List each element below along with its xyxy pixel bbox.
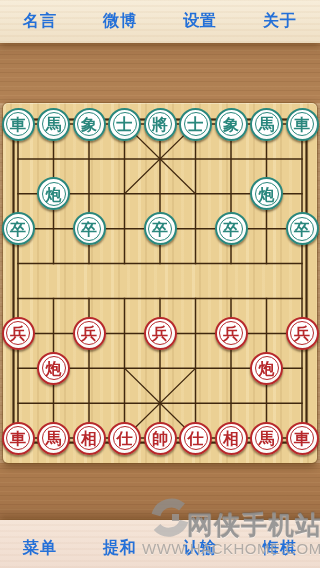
piece-black-r0c3[interactable]: 士 (108, 108, 141, 141)
piece-red-r9c0[interactable]: 車 (2, 422, 35, 455)
piece-character: 相 (223, 431, 239, 447)
piece-black-r0c5[interactable]: 士 (179, 108, 212, 141)
piece-black-r3c4[interactable]: 卒 (144, 212, 177, 245)
piece-red-r6c0[interactable]: 兵 (2, 317, 35, 350)
piece-character: 炮 (259, 186, 275, 202)
menu-item-about[interactable]: 关于 (240, 0, 320, 43)
piece-black-r0c6[interactable]: 象 (215, 108, 248, 141)
piece-character: 卒 (81, 221, 97, 237)
menu-item-resign[interactable]: 认输 (160, 520, 240, 568)
menu-item-offer-draw[interactable]: 提和 (80, 520, 160, 568)
top-menu-bar: 名言 微博 设置 关于 (0, 0, 320, 43)
piece-black-r0c0[interactable]: 車 (2, 108, 35, 141)
board-grid (3, 103, 317, 463)
piece-red-r6c8[interactable]: 兵 (286, 317, 319, 350)
piece-character: 象 (81, 117, 97, 133)
piece-black-r0c7[interactable]: 馬 (250, 108, 283, 141)
piece-black-r3c6[interactable]: 卒 (215, 212, 248, 245)
piece-character: 兵 (81, 326, 97, 342)
piece-red-r9c8[interactable]: 車 (286, 422, 319, 455)
xiangqi-board[interactable]: 車馬象士將士象馬車炮炮卒卒卒卒卒兵兵兵兵兵炮炮車馬相仕帥仕相馬車 (3, 103, 317, 463)
piece-character: 炮 (46, 186, 62, 202)
piece-character: 兵 (223, 326, 239, 342)
menu-item-settings[interactable]: 设置 (160, 0, 240, 43)
wood-background-upper (0, 43, 320, 103)
piece-character: 卒 (10, 221, 26, 237)
xiangqi-app: { "game": "xiangqi", "position": { "fen"… (0, 0, 320, 568)
piece-black-r0c2[interactable]: 象 (73, 108, 106, 141)
wood-background-lower (0, 463, 320, 520)
piece-red-r6c2[interactable]: 兵 (73, 317, 106, 350)
menu-item-weibo[interactable]: 微博 (80, 0, 160, 43)
piece-character: 炮 (46, 361, 62, 377)
piece-character: 卒 (152, 221, 168, 237)
bottom-menu-bar: 菜单 提和 认输 悔棋 (0, 520, 320, 568)
piece-character: 車 (294, 117, 310, 133)
piece-red-r9c3[interactable]: 仕 (108, 422, 141, 455)
piece-character: 相 (81, 431, 97, 447)
piece-character: 炮 (259, 361, 275, 377)
piece-character: 兵 (152, 326, 168, 342)
menu-item-undo-move[interactable]: 悔棋 (240, 520, 320, 568)
piece-character: 仕 (188, 431, 204, 447)
piece-black-r3c8[interactable]: 卒 (286, 212, 319, 245)
piece-character: 士 (117, 117, 133, 133)
piece-character: 車 (10, 117, 26, 133)
piece-black-r3c0[interactable]: 卒 (2, 212, 35, 245)
piece-red-r9c1[interactable]: 馬 (37, 422, 70, 455)
piece-character: 車 (10, 431, 26, 447)
piece-character: 士 (188, 117, 204, 133)
piece-character: 馬 (259, 117, 275, 133)
piece-black-r0c4[interactable]: 將 (144, 108, 177, 141)
piece-character: 兵 (294, 326, 310, 342)
piece-red-r6c4[interactable]: 兵 (144, 317, 177, 350)
menu-item-menu[interactable]: 菜单 (0, 520, 80, 568)
piece-character: 將 (152, 117, 168, 133)
piece-red-r9c7[interactable]: 馬 (250, 422, 283, 455)
piece-character: 車 (294, 431, 310, 447)
piece-red-r9c6[interactable]: 相 (215, 422, 248, 455)
piece-red-r7c7[interactable]: 炮 (250, 352, 283, 385)
piece-character: 帥 (152, 431, 168, 447)
piece-character: 馬 (46, 431, 62, 447)
piece-red-r6c6[interactable]: 兵 (215, 317, 248, 350)
menu-item-quotes[interactable]: 名言 (0, 0, 80, 43)
piece-red-r9c5[interactable]: 仕 (179, 422, 212, 455)
piece-character: 仕 (117, 431, 133, 447)
piece-black-r0c1[interactable]: 馬 (37, 108, 70, 141)
piece-red-r9c4[interactable]: 帥 (144, 422, 177, 455)
piece-black-r0c8[interactable]: 車 (286, 108, 319, 141)
piece-red-r9c2[interactable]: 相 (73, 422, 106, 455)
piece-red-r7c1[interactable]: 炮 (37, 352, 70, 385)
piece-character: 象 (223, 117, 239, 133)
piece-character: 卒 (223, 221, 239, 237)
piece-character: 卒 (294, 221, 310, 237)
piece-character: 馬 (46, 117, 62, 133)
piece-character: 馬 (259, 431, 275, 447)
piece-character: 兵 (10, 326, 26, 342)
piece-black-r3c2[interactable]: 卒 (73, 212, 106, 245)
